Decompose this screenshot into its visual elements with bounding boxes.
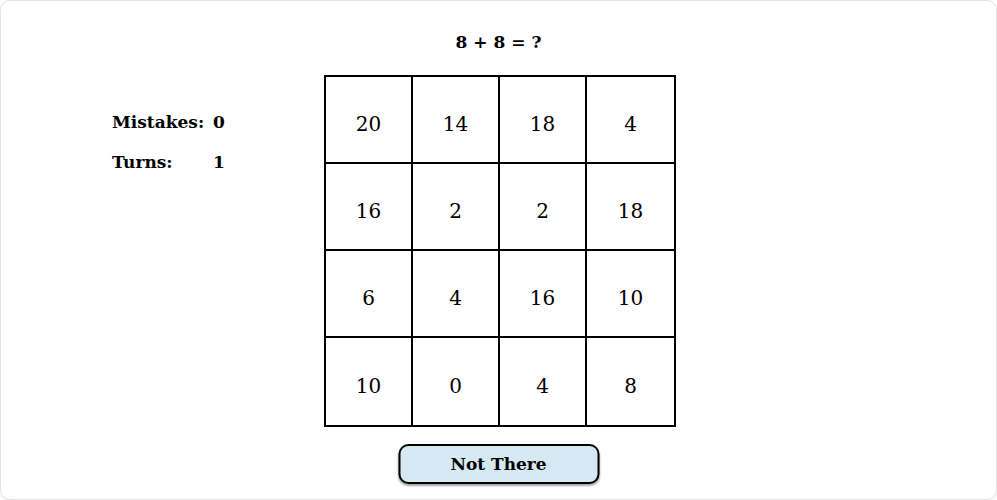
grid-cell-r4c2[interactable]: 0 — [413, 338, 500, 425]
grid-cell-r1c4[interactable]: 4 — [587, 77, 674, 164]
grid-cell-r2c3[interactable]: 2 — [500, 164, 587, 251]
grid-cell-r4c4[interactable]: 8 — [587, 338, 674, 425]
question-title: 8 + 8 = ? — [1, 32, 996, 52]
mistakes-row: Mistakes: 0 — [112, 114, 225, 154]
mistakes-label: Mistakes: — [112, 114, 213, 132]
grid-cell-r1c1[interactable]: 20 — [326, 77, 413, 164]
grid-cell-r2c2[interactable]: 2 — [413, 164, 500, 251]
stats-panel: Mistakes: 0 Turns: 1 — [112, 114, 225, 194]
grid-cell-r2c1[interactable]: 16 — [326, 164, 413, 251]
grid-cell-r1c3[interactable]: 18 — [500, 77, 587, 164]
turns-row: Turns: 1 — [112, 154, 225, 194]
not-there-button[interactable]: Not There — [398, 444, 599, 484]
grid-cell-r4c1[interactable]: 10 — [326, 338, 413, 425]
turns-value: 1 — [213, 154, 225, 172]
grid-cell-r1c2[interactable]: 14 — [413, 77, 500, 164]
grid-cell-r4c3[interactable]: 4 — [500, 338, 587, 425]
grid-cell-r3c1[interactable]: 6 — [326, 251, 413, 338]
grid-cell-r2c4[interactable]: 18 — [587, 164, 674, 251]
game-card: 8 + 8 = ? Mistakes: 0 Turns: 1 201418416… — [0, 0, 997, 500]
grid-cell-r3c4[interactable]: 10 — [587, 251, 674, 338]
mistakes-value: 0 — [213, 114, 225, 132]
grid-cell-r3c2[interactable]: 4 — [413, 251, 500, 338]
turns-label: Turns: — [112, 154, 213, 172]
grid-cell-r3c3[interactable]: 16 — [500, 251, 587, 338]
answer-grid: 201418416221864161010048 — [324, 75, 676, 427]
